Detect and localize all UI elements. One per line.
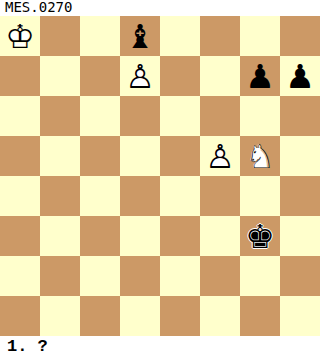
square-c4[interactable] [80,176,120,216]
square-d1[interactable] [120,296,160,336]
square-f1[interactable] [200,296,240,336]
square-g4[interactable] [240,176,280,216]
square-d7[interactable]: ♟♙ [120,56,160,96]
piece-bB-d8: ♝ [120,16,160,56]
piece-bK-g3: ♚ [240,216,280,256]
piece-wK-a8: ♚♔ [0,16,40,56]
square-c8[interactable] [80,16,120,56]
square-a2[interactable] [0,256,40,296]
square-h3[interactable] [280,216,320,256]
square-a7[interactable] [0,56,40,96]
square-d5[interactable] [120,136,160,176]
square-c1[interactable] [80,296,120,336]
square-b8[interactable] [40,16,80,56]
square-f8[interactable] [200,16,240,56]
square-a1[interactable] [0,296,40,336]
square-b2[interactable] [40,256,80,296]
square-b4[interactable] [40,176,80,216]
square-h4[interactable] [280,176,320,216]
square-d3[interactable] [120,216,160,256]
square-c5[interactable] [80,136,120,176]
square-f3[interactable] [200,216,240,256]
square-f6[interactable] [200,96,240,136]
square-a5[interactable] [0,136,40,176]
square-d4[interactable] [120,176,160,216]
chess-board: ♚♔♝♟♙♟♟♟♙♞♘♚ [0,16,320,336]
square-d2[interactable] [120,256,160,296]
square-f2[interactable] [200,256,240,296]
piece-wP-f5: ♟♙ [200,136,240,176]
square-f5[interactable]: ♟♙ [200,136,240,176]
square-h8[interactable] [280,16,320,56]
square-h5[interactable] [280,136,320,176]
square-e2[interactable] [160,256,200,296]
square-g1[interactable] [240,296,280,336]
square-c7[interactable] [80,56,120,96]
square-b6[interactable] [40,96,80,136]
square-b7[interactable] [40,56,80,96]
square-e5[interactable] [160,136,200,176]
square-g6[interactable] [240,96,280,136]
square-c2[interactable] [80,256,120,296]
chess-diagram: MES.0270 ♚♔♝♟♙♟♟♟♙♞♘♚ 1. ? [0,0,320,360]
move-prompt-label: 1. ? [0,336,320,360]
square-e4[interactable] [160,176,200,216]
square-d8[interactable]: ♝ [120,16,160,56]
piece-wP-d7: ♟♙ [120,56,160,96]
square-h6[interactable] [280,96,320,136]
square-d6[interactable] [120,96,160,136]
square-g3[interactable]: ♚ [240,216,280,256]
square-g2[interactable] [240,256,280,296]
square-a4[interactable] [0,176,40,216]
square-e3[interactable] [160,216,200,256]
square-e7[interactable] [160,56,200,96]
puzzle-id-label: MES.0270 [0,0,320,16]
square-b1[interactable] [40,296,80,336]
square-g7[interactable]: ♟ [240,56,280,96]
square-a3[interactable] [0,216,40,256]
square-e8[interactable] [160,16,200,56]
square-c6[interactable] [80,96,120,136]
square-h2[interactable] [280,256,320,296]
square-f7[interactable] [200,56,240,96]
square-b3[interactable] [40,216,80,256]
square-g8[interactable] [240,16,280,56]
square-h7[interactable]: ♟ [280,56,320,96]
piece-wN-g5: ♞♘ [240,136,280,176]
square-e1[interactable] [160,296,200,336]
piece-bP-g7: ♟ [240,56,280,96]
square-a6[interactable] [0,96,40,136]
square-b5[interactable] [40,136,80,176]
square-c3[interactable] [80,216,120,256]
square-f4[interactable] [200,176,240,216]
piece-bP-h7: ♟ [280,56,320,96]
square-a8[interactable]: ♚♔ [0,16,40,56]
square-h1[interactable] [280,296,320,336]
square-g5[interactable]: ♞♘ [240,136,280,176]
square-e6[interactable] [160,96,200,136]
